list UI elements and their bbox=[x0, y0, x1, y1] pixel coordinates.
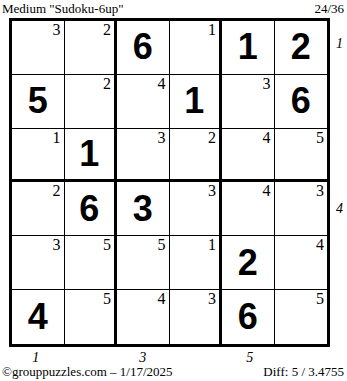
pencil-mark: 4 bbox=[158, 76, 166, 92]
cell-r3c2[interactable]: 1 bbox=[65, 129, 118, 183]
cell-r2c1[interactable]: 5 bbox=[12, 75, 65, 129]
given-digit: 6 bbox=[291, 83, 311, 119]
cell-r6c3[interactable]: 4 bbox=[117, 290, 170, 344]
row-label-1: 1 bbox=[333, 37, 346, 51]
cell-r1c3[interactable]: 6 bbox=[117, 21, 170, 75]
cell-r1c2[interactable]: 2 bbox=[65, 21, 118, 75]
given-digit: 3 bbox=[133, 191, 153, 227]
pencil-mark: 4 bbox=[158, 291, 166, 307]
page: Medium "Sudoku-6up" 24/36 32611252413611… bbox=[0, 0, 347, 381]
given-digit: 2 bbox=[238, 245, 258, 281]
pencil-mark: 1 bbox=[53, 130, 61, 146]
col-label-5: 5 bbox=[246, 351, 253, 365]
cell-r5c4[interactable]: 1 bbox=[170, 236, 223, 290]
pencil-mark: 3 bbox=[53, 22, 61, 38]
cell-r2c6[interactable]: 6 bbox=[275, 75, 328, 129]
pencil-mark: 5 bbox=[103, 237, 111, 253]
pencil-mark: 5 bbox=[103, 291, 111, 307]
pencil-mark: 3 bbox=[316, 183, 324, 199]
given-digit: 1 bbox=[238, 29, 258, 65]
cell-r6c1[interactable]: 4 bbox=[12, 290, 65, 344]
given-digit: 5 bbox=[28, 83, 48, 119]
cell-r2c3[interactable]: 4 bbox=[117, 75, 170, 129]
pencil-mark: 2 bbox=[103, 22, 111, 38]
pencil-mark: 4 bbox=[316, 237, 324, 253]
pencil-mark: 3 bbox=[208, 291, 216, 307]
cell-r5c6[interactable]: 4 bbox=[275, 236, 328, 290]
col-label-3: 3 bbox=[139, 351, 146, 365]
given-digit: 6 bbox=[133, 29, 153, 65]
pencil-mark: 3 bbox=[263, 76, 271, 92]
cell-r6c5[interactable]: 6 bbox=[222, 290, 275, 344]
cell-r3c6[interactable]: 5 bbox=[275, 129, 328, 183]
pencil-mark: 4 bbox=[263, 183, 271, 199]
row-label-4: 4 bbox=[333, 202, 346, 216]
cell-r2c2[interactable]: 2 bbox=[65, 75, 118, 129]
cell-r2c5[interactable]: 3 bbox=[222, 75, 275, 129]
cell-r1c5[interactable]: 1 bbox=[222, 21, 275, 75]
difficulty-text: Diff: 5 / 3.4755 bbox=[263, 364, 344, 380]
given-digit: 1 bbox=[184, 83, 204, 119]
cell-r2c4[interactable]: 1 bbox=[170, 75, 223, 129]
pencil-mark: 5 bbox=[316, 291, 324, 307]
copyright-text: ©grouppuzzles.com – 1/17/2025 bbox=[2, 364, 173, 380]
pencil-mark: 2 bbox=[103, 76, 111, 92]
cell-r6c2[interactable]: 5 bbox=[65, 290, 118, 344]
page-title: Medium "Sudoku-6up" bbox=[2, 1, 123, 17]
cell-r3c5[interactable]: 4 bbox=[222, 129, 275, 183]
given-digit: 6 bbox=[79, 191, 99, 227]
pencil-mark: 1 bbox=[208, 22, 216, 38]
pencil-mark: 5 bbox=[316, 130, 324, 146]
cell-r3c1[interactable]: 1 bbox=[12, 129, 65, 183]
cell-r1c4[interactable]: 1 bbox=[170, 21, 223, 75]
col-label-1: 1 bbox=[32, 351, 39, 365]
pencil-mark: 3 bbox=[53, 237, 61, 253]
pencil-mark: 2 bbox=[208, 130, 216, 146]
cell-r5c2[interactable]: 5 bbox=[65, 236, 118, 290]
given-digit: 1 bbox=[79, 136, 99, 172]
pencil-mark: 3 bbox=[158, 130, 166, 146]
given-digit: 6 bbox=[238, 299, 258, 335]
cell-r4c1[interactable]: 2 bbox=[12, 182, 65, 236]
cell-r1c1[interactable]: 3 bbox=[12, 21, 65, 75]
cell-r5c3[interactable]: 5 bbox=[117, 236, 170, 290]
given-digit: 4 bbox=[28, 299, 48, 335]
board: 326112524136113245263343355124454365 bbox=[9, 18, 330, 347]
cell-r6c6[interactable]: 5 bbox=[275, 290, 328, 344]
pencil-mark: 4 bbox=[263, 130, 271, 146]
pencil-mark: 5 bbox=[158, 237, 166, 253]
pencil-mark: 2 bbox=[53, 183, 61, 199]
pencil-mark: 3 bbox=[208, 183, 216, 199]
cell-r4c6[interactable]: 3 bbox=[275, 182, 328, 236]
cell-r3c3[interactable]: 3 bbox=[117, 129, 170, 183]
cell-r4c3[interactable]: 3 bbox=[117, 182, 170, 236]
cell-r1c6[interactable]: 2 bbox=[275, 21, 328, 75]
cell-r5c1[interactable]: 3 bbox=[12, 236, 65, 290]
cell-r6c4[interactable]: 3 bbox=[170, 290, 223, 344]
cell-r4c5[interactable]: 4 bbox=[222, 182, 275, 236]
puzzle-counter: 24/36 bbox=[314, 1, 344, 17]
cell-r5c5[interactable]: 2 bbox=[222, 236, 275, 290]
pencil-mark: 1 bbox=[208, 237, 216, 253]
cell-r3c4[interactable]: 2 bbox=[170, 129, 223, 183]
cell-r4c2[interactable]: 6 bbox=[65, 182, 118, 236]
given-digit: 2 bbox=[291, 29, 311, 65]
cell-r4c4[interactable]: 3 bbox=[170, 182, 223, 236]
